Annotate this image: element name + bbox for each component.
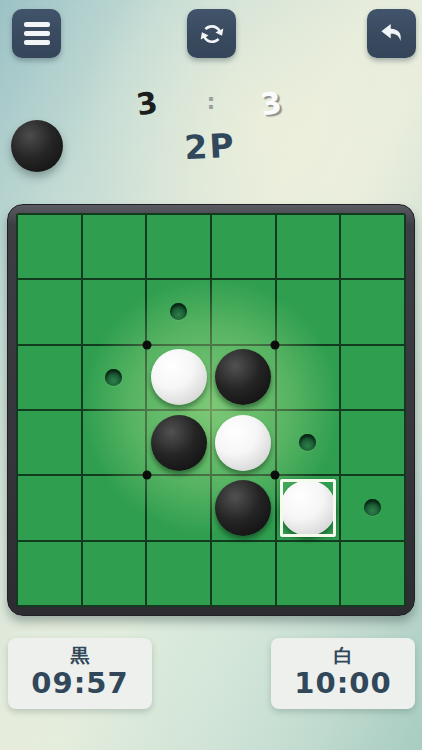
- cell-r1c2[interactable]: [147, 280, 210, 343]
- cell-r0c2: [147, 215, 210, 278]
- legal-move-dot[interactable]: [105, 369, 122, 386]
- cell-r5c1: [83, 542, 146, 605]
- undo-arrow-icon: [377, 19, 407, 49]
- refresh-icon: [197, 19, 227, 49]
- cell-r0c5: [341, 215, 404, 278]
- cell-r1c0: [18, 280, 81, 343]
- black-disc: [215, 349, 271, 405]
- cell-r3c2: [147, 411, 210, 474]
- cell-r1c4: [277, 280, 340, 343]
- black-turn-indicator-disc: [11, 120, 63, 172]
- cell-r0c0: [18, 215, 81, 278]
- white-disc: [280, 480, 336, 536]
- legal-move-dot[interactable]: [170, 303, 187, 320]
- cell-r5c4: [277, 542, 340, 605]
- black-score: 3: [134, 85, 160, 123]
- legal-move-dot[interactable]: [299, 434, 316, 451]
- cell-r4c2: [147, 476, 210, 539]
- restart-button[interactable]: [187, 9, 236, 58]
- cell-r1c3: [212, 280, 275, 343]
- white-clock[interactable]: 白 10:00: [271, 638, 415, 709]
- cell-r3c0: [18, 411, 81, 474]
- cell-r2c0: [18, 346, 81, 409]
- cell-r4c1: [83, 476, 146, 539]
- cell-r0c3: [212, 215, 275, 278]
- cell-r2c1[interactable]: [83, 346, 146, 409]
- black-disc: [215, 480, 271, 536]
- menu-button[interactable]: [12, 9, 61, 58]
- cell-r1c1: [83, 280, 146, 343]
- cell-r5c3: [212, 542, 275, 605]
- cell-r2c2: [147, 346, 210, 409]
- board-frame: [7, 204, 415, 616]
- cell-r2c4: [277, 346, 340, 409]
- mode-label: 2P: [183, 126, 236, 168]
- cell-r3c3: [212, 411, 275, 474]
- cell-r2c3: [212, 346, 275, 409]
- score-separator: :: [207, 90, 215, 114]
- hamburger-menu-icon: [24, 22, 50, 45]
- cell-r3c1: [83, 411, 146, 474]
- cell-r4c4: [277, 476, 340, 539]
- cell-r1c5: [341, 280, 404, 343]
- black-clock-label: 黒: [8, 644, 152, 667]
- black-disc: [151, 415, 207, 471]
- app-screen: 3 : 3 2P 黒 09:57 白 10:00: [0, 0, 422, 750]
- black-clock[interactable]: 黒 09:57: [8, 638, 152, 709]
- cell-r3c4[interactable]: [277, 411, 340, 474]
- board-inner: [16, 213, 406, 607]
- white-disc: [215, 415, 271, 471]
- cell-r5c2: [147, 542, 210, 605]
- undo-button[interactable]: [367, 9, 416, 58]
- board-grid: [16, 213, 406, 607]
- cell-r3c5: [341, 411, 404, 474]
- black-clock-time: 09:57: [8, 667, 152, 699]
- white-clock-label: 白: [271, 644, 415, 667]
- cell-r4c0: [18, 476, 81, 539]
- white-disc: [151, 349, 207, 405]
- cell-r0c4: [277, 215, 340, 278]
- legal-move-dot[interactable]: [364, 499, 381, 516]
- cell-r2c5: [341, 346, 404, 409]
- cell-r4c5[interactable]: [341, 476, 404, 539]
- white-clock-time: 10:00: [271, 667, 415, 699]
- cell-r4c3: [212, 476, 275, 539]
- cell-r5c0: [18, 542, 81, 605]
- white-score: 3: [258, 85, 284, 123]
- cell-r0c1: [83, 215, 146, 278]
- cell-r5c5: [341, 542, 404, 605]
